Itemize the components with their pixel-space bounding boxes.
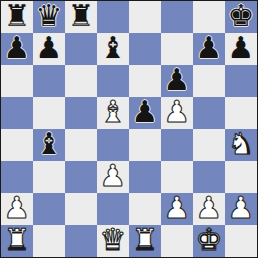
square-g5[interactable] xyxy=(193,97,225,129)
black-pawn-h7: ♟ xyxy=(228,33,255,64)
square-b8[interactable]: ♛ xyxy=(33,1,65,33)
square-g2[interactable]: ♟ xyxy=(193,193,225,225)
square-h3[interactable] xyxy=(225,161,257,193)
square-f3[interactable] xyxy=(161,161,193,193)
square-d3[interactable]: ♟ xyxy=(97,161,129,193)
square-f5[interactable]: ♟ xyxy=(161,97,193,129)
square-d1[interactable]: ♛ xyxy=(97,225,129,257)
square-c1[interactable] xyxy=(65,225,97,257)
square-a1[interactable]: ♜ xyxy=(1,225,33,257)
square-a4[interactable] xyxy=(1,129,33,161)
white-knight-h4: ♞ xyxy=(228,129,255,160)
square-h4[interactable]: ♞ xyxy=(225,129,257,161)
square-b5[interactable] xyxy=(33,97,65,129)
square-h6[interactable] xyxy=(225,65,257,97)
square-h7[interactable]: ♟ xyxy=(225,33,257,65)
square-b7[interactable]: ♟ xyxy=(33,33,65,65)
square-d2[interactable] xyxy=(97,193,129,225)
square-f2[interactable]: ♟ xyxy=(161,193,193,225)
square-f6[interactable]: ♟ xyxy=(161,65,193,97)
black-rook-a8: ♜ xyxy=(4,1,31,32)
square-f8[interactable] xyxy=(161,1,193,33)
square-b2[interactable] xyxy=(33,193,65,225)
square-b3[interactable] xyxy=(33,161,65,193)
square-b1[interactable] xyxy=(33,225,65,257)
black-pawn-a7: ♟ xyxy=(4,33,31,64)
square-c2[interactable] xyxy=(65,193,97,225)
square-a7[interactable]: ♟ xyxy=(1,33,33,65)
square-b6[interactable] xyxy=(33,65,65,97)
square-g7[interactable]: ♟ xyxy=(193,33,225,65)
square-e8[interactable] xyxy=(129,1,161,33)
square-a5[interactable] xyxy=(1,97,33,129)
white-pawn-d3: ♟ xyxy=(100,161,127,192)
white-queen-d1: ♛ xyxy=(100,225,127,256)
square-h8[interactable]: ♚ xyxy=(225,1,257,33)
square-h5[interactable] xyxy=(225,97,257,129)
black-bishop-d7: ♝ xyxy=(100,33,127,64)
square-c4[interactable] xyxy=(65,129,97,161)
square-e1[interactable]: ♜ xyxy=(129,225,161,257)
black-queen-b8: ♛ xyxy=(36,1,63,32)
square-e4[interactable] xyxy=(129,129,161,161)
square-e3[interactable] xyxy=(129,161,161,193)
square-g1[interactable]: ♚ xyxy=(193,225,225,257)
square-e2[interactable] xyxy=(129,193,161,225)
white-pawn-f5: ♟ xyxy=(164,97,191,128)
square-a8[interactable]: ♜ xyxy=(1,1,33,33)
black-pawn-g7: ♟ xyxy=(196,33,223,64)
black-bishop-b4: ♝ xyxy=(36,129,63,160)
square-e6[interactable] xyxy=(129,65,161,97)
square-g6[interactable] xyxy=(193,65,225,97)
white-pawn-a2: ♟ xyxy=(4,193,31,224)
white-rook-e1: ♜ xyxy=(132,225,159,256)
square-b4[interactable]: ♝ xyxy=(33,129,65,161)
square-g8[interactable] xyxy=(193,1,225,33)
square-d6[interactable] xyxy=(97,65,129,97)
square-d7[interactable]: ♝ xyxy=(97,33,129,65)
black-rook-c8: ♜ xyxy=(68,1,95,32)
square-h2[interactable]: ♟ xyxy=(225,193,257,225)
square-g3[interactable] xyxy=(193,161,225,193)
square-a3[interactable] xyxy=(1,161,33,193)
white-bishop-d5: ♝ xyxy=(100,97,127,128)
white-rook-a1: ♜ xyxy=(4,225,31,256)
white-pawn-f2: ♟ xyxy=(164,193,191,224)
white-king-g1: ♚ xyxy=(196,225,223,256)
black-pawn-e5: ♟ xyxy=(132,97,159,128)
square-c3[interactable] xyxy=(65,161,97,193)
square-c6[interactable] xyxy=(65,65,97,97)
black-pawn-b7: ♟ xyxy=(36,33,63,64)
square-f1[interactable] xyxy=(161,225,193,257)
square-e7[interactable] xyxy=(129,33,161,65)
square-d4[interactable] xyxy=(97,129,129,161)
square-a6[interactable] xyxy=(1,65,33,97)
black-king-h8: ♚ xyxy=(228,1,255,32)
square-c5[interactable] xyxy=(65,97,97,129)
square-e5[interactable]: ♟ xyxy=(129,97,161,129)
white-pawn-h2: ♟ xyxy=(228,193,255,224)
square-f4[interactable] xyxy=(161,129,193,161)
white-pawn-g2: ♟ xyxy=(196,193,223,224)
square-g4[interactable] xyxy=(193,129,225,161)
square-d5[interactable]: ♝ xyxy=(97,97,129,129)
square-c7[interactable] xyxy=(65,33,97,65)
square-h1[interactable] xyxy=(225,225,257,257)
black-pawn-f6: ♟ xyxy=(164,65,191,96)
square-a2[interactable]: ♟ xyxy=(1,193,33,225)
square-d8[interactable] xyxy=(97,1,129,33)
square-f7[interactable] xyxy=(161,33,193,65)
square-c8[interactable]: ♜ xyxy=(65,1,97,33)
chess-board: ♜♛♜♚♟♟♝♟♟♟♝♟♟♝♞♟♟♟♟♟♜♛♜♚ xyxy=(0,0,258,258)
chess-diagram: ♜♛♜♚♟♟♝♟♟♟♝♟♟♝♞♟♟♟♟♟♜♛♜♚ xyxy=(0,0,258,258)
